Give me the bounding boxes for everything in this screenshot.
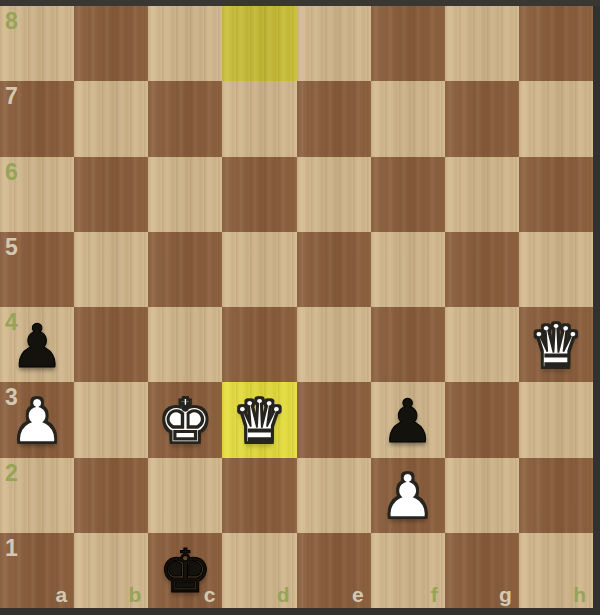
square-a5[interactable]: 5: [0, 232, 74, 307]
file-label-b: b: [128, 584, 141, 605]
square-a4[interactable]: ♟4: [0, 307, 74, 382]
square-e5[interactable]: [297, 232, 371, 307]
white-pawn[interactable]: ♟: [10, 391, 64, 451]
rank-label-2: 2: [5, 462, 18, 485]
square-g4[interactable]: [445, 307, 519, 382]
square-g7[interactable]: [445, 81, 519, 156]
file-label-e: e: [352, 584, 364, 605]
square-c2[interactable]: [148, 458, 222, 533]
chess-app-screen: 8765♟4♛♟3♚♛♟2♟1ab♚cdefgh: [0, 0, 600, 615]
square-g3[interactable]: [445, 382, 519, 457]
square-c1[interactable]: ♚c: [148, 533, 222, 608]
rank-label-7: 7: [5, 85, 18, 108]
square-g5[interactable]: [445, 232, 519, 307]
white-queen[interactable]: ♛: [233, 391, 287, 451]
square-a8[interactable]: 8: [0, 6, 74, 81]
square-d8[interactable]: [222, 6, 296, 81]
square-d6[interactable]: [222, 157, 296, 232]
white-queen[interactable]: ♛: [529, 316, 583, 376]
square-h7[interactable]: [519, 81, 593, 156]
square-a6[interactable]: 6: [0, 157, 74, 232]
square-c6[interactable]: [148, 157, 222, 232]
square-a7[interactable]: 7: [0, 81, 74, 156]
file-label-h: h: [573, 584, 586, 605]
square-b1[interactable]: b: [74, 533, 148, 608]
square-e7[interactable]: [297, 81, 371, 156]
square-c7[interactable]: [148, 81, 222, 156]
square-e4[interactable]: [297, 307, 371, 382]
square-h4[interactable]: ♛: [519, 307, 593, 382]
white-king[interactable]: ♚: [158, 391, 212, 451]
rank-label-4: 4: [5, 311, 18, 334]
square-d7[interactable]: [222, 81, 296, 156]
square-d5[interactable]: [222, 232, 296, 307]
square-b7[interactable]: [74, 81, 148, 156]
square-e6[interactable]: [297, 157, 371, 232]
file-label-f: f: [431, 584, 438, 605]
square-h1[interactable]: h: [519, 533, 593, 608]
square-a3[interactable]: ♟3: [0, 382, 74, 457]
file-label-g: g: [499, 584, 512, 605]
square-h8[interactable]: [519, 6, 593, 81]
square-e8[interactable]: [297, 6, 371, 81]
square-h3[interactable]: [519, 382, 593, 457]
square-d1[interactable]: d: [222, 533, 296, 608]
square-e3[interactable]: [297, 382, 371, 457]
rank-label-5: 5: [5, 236, 18, 259]
square-e1[interactable]: e: [297, 533, 371, 608]
square-c3[interactable]: ♚: [148, 382, 222, 457]
rank-label-6: 6: [5, 161, 18, 184]
square-f7[interactable]: [371, 81, 445, 156]
square-d3[interactable]: ♛: [222, 382, 296, 457]
file-label-c: c: [204, 584, 216, 605]
square-f1[interactable]: f: [371, 533, 445, 608]
square-b6[interactable]: [74, 157, 148, 232]
black-pawn[interactable]: ♟: [10, 316, 64, 376]
black-pawn[interactable]: ♟: [381, 391, 435, 451]
square-e2[interactable]: [297, 458, 371, 533]
square-b2[interactable]: [74, 458, 148, 533]
square-f8[interactable]: [371, 6, 445, 81]
square-h2[interactable]: [519, 458, 593, 533]
square-g1[interactable]: g: [445, 533, 519, 608]
rank-label-3: 3: [5, 386, 18, 409]
square-g6[interactable]: [445, 157, 519, 232]
square-c8[interactable]: [148, 6, 222, 81]
chess-board: 8765♟4♛♟3♚♛♟2♟1ab♚cdefgh: [0, 6, 593, 608]
square-b5[interactable]: [74, 232, 148, 307]
square-f6[interactable]: [371, 157, 445, 232]
rank-label-8: 8: [5, 10, 18, 33]
square-c4[interactable]: [148, 307, 222, 382]
square-b4[interactable]: [74, 307, 148, 382]
square-h5[interactable]: [519, 232, 593, 307]
square-f2[interactable]: ♟: [371, 458, 445, 533]
square-h6[interactable]: [519, 157, 593, 232]
square-b8[interactable]: [74, 6, 148, 81]
square-f4[interactable]: [371, 307, 445, 382]
square-b3[interactable]: [74, 382, 148, 457]
file-label-d: d: [277, 584, 290, 605]
square-d4[interactable]: [222, 307, 296, 382]
file-label-a: a: [55, 584, 67, 605]
square-d2[interactable]: [222, 458, 296, 533]
square-c5[interactable]: [148, 232, 222, 307]
rank-label-1: 1: [5, 537, 18, 560]
square-g8[interactable]: [445, 6, 519, 81]
square-f5[interactable]: [371, 232, 445, 307]
square-g2[interactable]: [445, 458, 519, 533]
square-f3[interactable]: ♟: [371, 382, 445, 457]
square-a1[interactable]: 1a: [0, 533, 74, 608]
white-pawn[interactable]: ♟: [381, 466, 435, 526]
square-a2[interactable]: 2: [0, 458, 74, 533]
